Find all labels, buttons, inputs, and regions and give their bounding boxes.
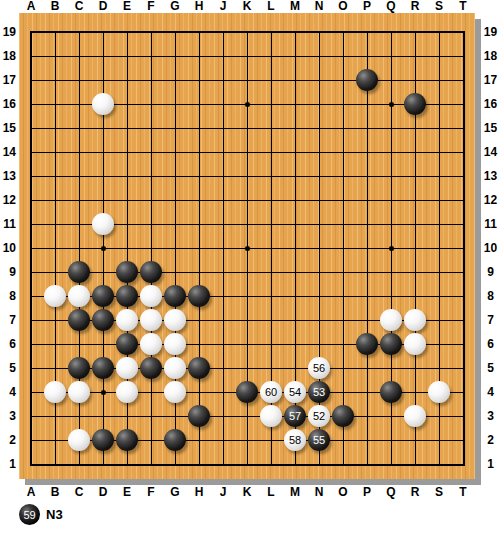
stone-N2[interactable]: 55: [308, 429, 330, 451]
stone-L4[interactable]: 60: [260, 381, 282, 403]
row-label-right-4: 4: [482, 380, 499, 404]
row-label-left-4: 4: [0, 380, 16, 404]
stone-F9[interactable]: [140, 261, 162, 283]
stone-Q6[interactable]: [380, 333, 402, 355]
row-label-left-6: 6: [0, 332, 16, 356]
stone-H5[interactable]: [188, 357, 210, 379]
stone-G2[interactable]: [164, 429, 186, 451]
col-label-top-N: N: [307, 0, 331, 13]
stone-G5[interactable]: [164, 357, 186, 379]
col-label-bottom-F: F: [139, 486, 163, 499]
stone-B4[interactable]: [44, 381, 66, 403]
col-label-bottom-K: K: [235, 486, 259, 499]
col-label-bottom-L: L: [259, 486, 283, 499]
stone-E4[interactable]: [116, 381, 138, 403]
col-label-bottom-P: P: [355, 486, 379, 499]
col-label-bottom-S: S: [427, 486, 451, 499]
row-label-left-12: 12: [0, 188, 16, 212]
col-label-bottom-O: O: [331, 486, 355, 499]
row-label-right-1: 1: [482, 452, 499, 476]
stone-move-number: 56: [313, 357, 325, 379]
stone-C7[interactable]: [68, 309, 90, 331]
stone-G7[interactable]: [164, 309, 186, 331]
stone-H8[interactable]: [188, 285, 210, 307]
stone-F5[interactable]: [140, 357, 162, 379]
stone-P17[interactable]: [356, 69, 378, 91]
col-label-top-G: G: [163, 0, 187, 13]
stone-move-number: 57: [289, 405, 301, 427]
stone-K4[interactable]: [236, 381, 258, 403]
col-label-top-P: P: [355, 0, 379, 13]
col-label-bottom-N: N: [307, 486, 331, 499]
row-label-left-2: 2: [0, 428, 16, 452]
row-label-left-15: 15: [0, 116, 16, 140]
stone-C4[interactable]: [68, 381, 90, 403]
row-label-left-14: 14: [0, 140, 16, 164]
star-point-D10: [101, 246, 106, 251]
row-label-right-15: 15: [482, 116, 499, 140]
stone-E5[interactable]: [116, 357, 138, 379]
stone-Q7[interactable]: [380, 309, 402, 331]
star-point-K10: [245, 246, 250, 251]
row-label-right-7: 7: [482, 308, 499, 332]
row-label-left-7: 7: [0, 308, 16, 332]
stone-E9[interactable]: [116, 261, 138, 283]
col-label-bottom-B: B: [43, 486, 67, 499]
col-label-bottom-H: H: [187, 486, 211, 499]
col-label-bottom-E: E: [115, 486, 139, 499]
stone-R3[interactable]: [404, 405, 426, 427]
row-label-right-9: 9: [482, 260, 499, 284]
stone-G4[interactable]: [164, 381, 186, 403]
row-label-left-19: 19: [0, 20, 16, 44]
caption-move-number: 59: [23, 509, 35, 521]
col-label-bottom-T: T: [451, 486, 475, 499]
stone-F8[interactable]: [140, 285, 162, 307]
row-label-right-8: 8: [482, 284, 499, 308]
row-label-right-10: 10: [482, 236, 499, 260]
col-label-bottom-C: C: [67, 486, 91, 499]
row-label-right-16: 16: [482, 92, 499, 116]
col-label-top-J: J: [211, 0, 235, 13]
caption-move-location: N3: [46, 504, 63, 525]
stone-F6[interactable]: [140, 333, 162, 355]
row-label-left-9: 9: [0, 260, 16, 284]
col-label-bottom-Q: Q: [379, 486, 403, 499]
stone-D5[interactable]: [92, 357, 114, 379]
caption-stone-icon: 59: [19, 504, 40, 525]
col-label-bottom-M: M: [283, 486, 307, 499]
col-label-top-D: D: [91, 0, 115, 13]
col-label-top-L: L: [259, 0, 283, 13]
stone-G8[interactable]: [164, 285, 186, 307]
stone-M4[interactable]: 54: [284, 381, 306, 403]
stone-O3[interactable]: [332, 405, 354, 427]
stone-M3[interactable]: 57: [284, 405, 306, 427]
stone-E2[interactable]: [116, 429, 138, 451]
stone-move-number: 54: [289, 381, 301, 403]
col-label-top-T: T: [451, 0, 475, 13]
row-label-left-11: 11: [0, 212, 16, 236]
stone-E8[interactable]: [116, 285, 138, 307]
col-label-top-O: O: [331, 0, 355, 13]
row-label-left-8: 8: [0, 284, 16, 308]
stone-move-number: 52: [313, 405, 325, 427]
row-label-left-16: 16: [0, 92, 16, 116]
stone-E6[interactable]: [116, 333, 138, 355]
star-point-D4: [101, 390, 106, 395]
row-label-left-10: 10: [0, 236, 16, 260]
row-label-left-18: 18: [0, 44, 16, 68]
stone-G6[interactable]: [164, 333, 186, 355]
col-label-top-Q: Q: [379, 0, 403, 13]
stone-Q4[interactable]: [380, 381, 402, 403]
stone-D11[interactable]: [92, 213, 114, 235]
stone-C2[interactable]: [68, 429, 90, 451]
row-label-left-13: 13: [0, 164, 16, 188]
stone-N4[interactable]: 53: [308, 381, 330, 403]
col-label-bottom-R: R: [403, 486, 427, 499]
row-label-right-19: 19: [482, 20, 499, 44]
stone-D16[interactable]: [92, 93, 114, 115]
row-label-left-1: 1: [0, 452, 16, 476]
stone-S4[interactable]: [428, 381, 450, 403]
col-label-top-H: H: [187, 0, 211, 13]
stone-L3[interactable]: [260, 405, 282, 427]
stone-D2[interactable]: [92, 429, 114, 451]
stone-R7[interactable]: [404, 309, 426, 331]
stone-C8[interactable]: [68, 285, 90, 307]
stone-B8[interactable]: [44, 285, 66, 307]
row-label-right-2: 2: [482, 428, 499, 452]
stone-move-number: 53: [313, 381, 325, 403]
stone-C5[interactable]: [68, 357, 90, 379]
stone-E7[interactable]: [116, 309, 138, 331]
star-point-Q16: [389, 102, 394, 107]
row-label-right-6: 6: [482, 332, 499, 356]
row-label-right-11: 11: [482, 212, 499, 236]
star-point-Q10: [389, 246, 394, 251]
col-label-bottom-A: A: [19, 486, 43, 499]
col-label-top-E: E: [115, 0, 139, 13]
row-label-right-5: 5: [482, 356, 499, 380]
row-label-right-13: 13: [482, 164, 499, 188]
stone-F7[interactable]: [140, 309, 162, 331]
row-label-right-12: 12: [482, 188, 499, 212]
col-label-top-R: R: [403, 0, 427, 13]
col-label-top-A: A: [19, 0, 43, 13]
stone-move-number: 55: [313, 429, 325, 451]
stone-P6[interactable]: [356, 333, 378, 355]
col-label-top-F: F: [139, 0, 163, 13]
stone-M2[interactable]: 58: [284, 429, 306, 451]
go-board[interactable]: 5660545357525855: [19, 13, 475, 479]
col-label-top-K: K: [235, 0, 259, 13]
stone-N3[interactable]: 52: [308, 405, 330, 427]
row-label-right-17: 17: [482, 68, 499, 92]
col-label-bottom-D: D: [91, 486, 115, 499]
stone-D7[interactable]: [92, 309, 114, 331]
row-label-right-18: 18: [482, 44, 499, 68]
star-point-K16: [245, 102, 250, 107]
col-label-bottom-J: J: [211, 486, 235, 499]
stone-move-number: 60: [265, 381, 277, 403]
stone-C9[interactable]: [68, 261, 90, 283]
stone-D8[interactable]: [92, 285, 114, 307]
row-label-left-3: 3: [0, 404, 16, 428]
col-label-top-M: M: [283, 0, 307, 13]
row-label-right-3: 3: [482, 404, 499, 428]
col-label-top-S: S: [427, 0, 451, 13]
stone-N5[interactable]: 56: [308, 357, 330, 379]
go-diagram-page: { "game": "go", "board_size": 19, "colum…: [0, 0, 500, 537]
row-label-right-14: 14: [482, 140, 499, 164]
col-label-top-C: C: [67, 0, 91, 13]
stone-R16[interactable]: [404, 93, 426, 115]
stone-move-number: 58: [289, 429, 301, 451]
stone-R6[interactable]: [404, 333, 426, 355]
stone-H3[interactable]: [188, 405, 210, 427]
row-label-left-5: 5: [0, 356, 16, 380]
row-label-left-17: 17: [0, 68, 16, 92]
col-label-bottom-G: G: [163, 486, 187, 499]
col-label-top-B: B: [43, 0, 67, 13]
